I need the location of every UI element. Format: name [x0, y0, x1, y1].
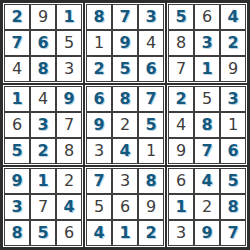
sudoku-cell-r9c8[interactable]: 9 [194, 220, 220, 246]
sudoku-cell-r7c7[interactable]: 6 [168, 168, 194, 194]
sudoku-cell-r7c2[interactable]: 1 [30, 168, 56, 194]
sudoku-cell-r3c9[interactable]: 9 [220, 56, 246, 82]
sudoku-cell-r2c8[interactable]: 3 [194, 30, 220, 56]
sudoku-cell-r5c3[interactable]: 7 [56, 112, 82, 138]
sudoku-cell-r9c3[interactable]: 6 [56, 220, 82, 246]
sudoku-cell-r8c9[interactable]: 8 [220, 194, 246, 220]
sudoku-cell-r5c8[interactable]: 8 [194, 112, 220, 138]
sudoku-cell-r7c3[interactable]: 2 [56, 168, 82, 194]
sudoku-cell-r1c5[interactable]: 7 [112, 4, 138, 30]
sudoku-cell-r4c8[interactable]: 5 [194, 86, 220, 112]
sudoku-cell-r6c3[interactable]: 8 [56, 138, 82, 164]
sudoku-cell-r7c9[interactable]: 5 [220, 168, 246, 194]
sudoku-cell-r7c8[interactable]: 4 [194, 168, 220, 194]
sudoku-cell-r1c1[interactable]: 2 [4, 4, 30, 30]
sudoku-cell-r8c5[interactable]: 6 [112, 194, 138, 220]
sudoku-cell-r4c4[interactable]: 6 [86, 86, 112, 112]
sudoku-cell-r8c8[interactable]: 2 [194, 194, 220, 220]
sudoku-cell-r5c5[interactable]: 2 [112, 112, 138, 138]
sudoku-cell-r1c7[interactable]: 5 [168, 4, 194, 30]
sudoku-cell-r2c7[interactable]: 8 [168, 30, 194, 56]
sudoku-cell-r3c5[interactable]: 5 [112, 56, 138, 82]
sudoku-cell-r2c2[interactable]: 6 [30, 30, 56, 56]
sudoku-cell-r8c2[interactable]: 7 [30, 194, 56, 220]
sudoku-board: 2917654838731942565648327191496375286879… [0, 0, 250, 250]
sudoku-cell-r4c9[interactable]: 3 [220, 86, 246, 112]
sudoku-cell-r1c2[interactable]: 9 [30, 4, 56, 30]
sudoku-cell-r9c1[interactable]: 8 [4, 220, 30, 246]
sudoku-cell-r7c6[interactable]: 8 [138, 168, 164, 194]
sudoku-cell-r4c1[interactable]: 1 [4, 86, 30, 112]
sudoku-cell-r4c3[interactable]: 9 [56, 86, 82, 112]
sudoku-box-3: 564832719 [166, 2, 248, 84]
sudoku-cell-r9c9[interactable]: 7 [220, 220, 246, 246]
sudoku-cell-r5c7[interactable]: 4 [168, 112, 194, 138]
sudoku-cell-r6c4[interactable]: 3 [86, 138, 112, 164]
sudoku-cell-r4c5[interactable]: 8 [112, 86, 138, 112]
sudoku-cell-r1c6[interactable]: 3 [138, 4, 164, 30]
sudoku-cell-r5c4[interactable]: 9 [86, 112, 112, 138]
sudoku-cell-r9c4[interactable]: 4 [86, 220, 112, 246]
sudoku-cell-r2c3[interactable]: 5 [56, 30, 82, 56]
sudoku-cell-r9c6[interactable]: 2 [138, 220, 164, 246]
sudoku-cell-r3c1[interactable]: 4 [4, 56, 30, 82]
sudoku-cell-r8c4[interactable]: 5 [86, 194, 112, 220]
sudoku-cell-r9c7[interactable]: 3 [168, 220, 194, 246]
sudoku-cell-r3c4[interactable]: 2 [86, 56, 112, 82]
sudoku-cell-r4c6[interactable]: 7 [138, 86, 164, 112]
sudoku-cell-r1c4[interactable]: 8 [86, 4, 112, 30]
sudoku-cell-r4c2[interactable]: 4 [30, 86, 56, 112]
sudoku-box-8: 738569412 [84, 166, 166, 248]
sudoku-box-6: 253481976 [166, 84, 248, 166]
sudoku-cell-r7c1[interactable]: 9 [4, 168, 30, 194]
sudoku-cell-r6c7[interactable]: 9 [168, 138, 194, 164]
sudoku-box-9: 645128397 [166, 166, 248, 248]
sudoku-cell-r6c5[interactable]: 4 [112, 138, 138, 164]
sudoku-cell-r5c1[interactable]: 6 [4, 112, 30, 138]
sudoku-cell-r8c7[interactable]: 1 [168, 194, 194, 220]
sudoku-box-1: 291765483 [2, 2, 84, 84]
sudoku-cell-r6c9[interactable]: 6 [220, 138, 246, 164]
sudoku-cell-r1c9[interactable]: 4 [220, 4, 246, 30]
sudoku-cell-r3c2[interactable]: 8 [30, 56, 56, 82]
sudoku-cell-r1c3[interactable]: 1 [56, 4, 82, 30]
sudoku-cell-r2c1[interactable]: 7 [4, 30, 30, 56]
sudoku-cell-r2c9[interactable]: 2 [220, 30, 246, 56]
sudoku-cell-r4c7[interactable]: 2 [168, 86, 194, 112]
sudoku-cell-r7c4[interactable]: 7 [86, 168, 112, 194]
sudoku-cell-r3c3[interactable]: 3 [56, 56, 82, 82]
sudoku-cell-r9c2[interactable]: 5 [30, 220, 56, 246]
sudoku-cell-r1c8[interactable]: 6 [194, 4, 220, 30]
sudoku-cell-r6c2[interactable]: 2 [30, 138, 56, 164]
sudoku-box-4: 149637528 [2, 84, 84, 166]
sudoku-cell-r2c5[interactable]: 9 [112, 30, 138, 56]
sudoku-cell-r9c5[interactable]: 1 [112, 220, 138, 246]
sudoku-cell-r3c6[interactable]: 6 [138, 56, 164, 82]
sudoku-cell-r3c8[interactable]: 1 [194, 56, 220, 82]
sudoku-box-2: 873194256 [84, 2, 166, 84]
sudoku-cell-r6c1[interactable]: 5 [4, 138, 30, 164]
sudoku-cell-r8c3[interactable]: 4 [56, 194, 82, 220]
sudoku-cell-r2c4[interactable]: 1 [86, 30, 112, 56]
sudoku-cell-r8c6[interactable]: 9 [138, 194, 164, 220]
sudoku-cell-r8c1[interactable]: 3 [4, 194, 30, 220]
sudoku-cell-r2c6[interactable]: 4 [138, 30, 164, 56]
sudoku-cell-r7c5[interactable]: 3 [112, 168, 138, 194]
sudoku-cell-r5c9[interactable]: 1 [220, 112, 246, 138]
sudoku-cell-r5c2[interactable]: 3 [30, 112, 56, 138]
sudoku-cell-r5c6[interactable]: 5 [138, 112, 164, 138]
sudoku-box-5: 687925341 [84, 84, 166, 166]
sudoku-box-7: 912374856 [2, 166, 84, 248]
sudoku-cell-r6c6[interactable]: 1 [138, 138, 164, 164]
sudoku-cell-r6c8[interactable]: 7 [194, 138, 220, 164]
sudoku-cell-r3c7[interactable]: 7 [168, 56, 194, 82]
